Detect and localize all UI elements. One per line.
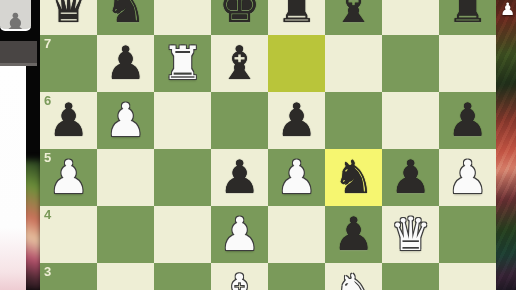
black-pawn-d5: ♟ [219,149,260,206]
chess-board: ♛♞♚♜♝♜7♟♜♝6♟♟♟♟5♟♟♟♞♟♟4♟♟♛3♝♞ [40,0,496,290]
rank-label-7: 7 [44,36,51,52]
white-queen-g4: ♛ [390,206,431,263]
square-e3[interactable] [268,263,325,290]
square-b3[interactable] [97,263,154,290]
square-a8[interactable]: ♛ [40,0,97,35]
square-h6[interactable]: ♟ [439,92,496,149]
white-rook-c7: ♜ [162,35,203,92]
white-pawn-d4: ♟ [219,206,260,263]
left-sidebar: ♟ [0,0,40,290]
square-a3[interactable]: 3 [40,263,97,290]
white-pawn-a5: ♟ [48,149,89,206]
black-bishop-f8: ♝ [333,0,374,35]
gray-toolbar-strip [0,41,37,66]
square-h3[interactable] [439,263,496,290]
background-streaks [496,0,516,290]
square-b6[interactable]: ♟ [97,92,154,149]
black-knight-b8: ♞ [105,0,146,35]
square-f4[interactable]: ♟ [325,206,382,263]
rank-label-6: 6 [44,93,51,109]
square-d5[interactable]: ♟ [211,149,268,206]
white-window-edge [0,66,26,290]
rank-label-3: 3 [44,264,51,280]
square-d7[interactable]: ♝ [211,35,268,92]
square-h8[interactable]: ♜ [439,0,496,35]
square-b7[interactable]: ♟ [97,35,154,92]
square-h4[interactable] [439,206,496,263]
square-h7[interactable] [439,35,496,92]
square-f6[interactable] [325,92,382,149]
piece-tile-button[interactable]: ♟ [0,0,31,31]
square-g4[interactable]: ♛ [382,206,439,263]
square-c3[interactable] [154,263,211,290]
square-f3[interactable]: ♞ [325,263,382,290]
square-e7[interactable] [268,35,325,92]
square-e8[interactable]: ♜ [268,0,325,35]
black-pawn-h6: ♟ [447,92,488,149]
square-c8[interactable] [154,0,211,35]
square-b8[interactable]: ♞ [97,0,154,35]
white-pawn-icon: ♟ [500,0,515,19]
square-a6[interactable]: 6♟ [40,92,97,149]
black-knight-f5: ♞ [333,149,374,206]
square-a7[interactable]: 7 [40,35,97,92]
square-d4[interactable]: ♟ [211,206,268,263]
square-h5[interactable]: ♟ [439,149,496,206]
black-pawn-a6: ♟ [48,92,89,149]
square-g5[interactable]: ♟ [382,149,439,206]
white-knight-f3: ♞ [333,263,374,290]
black-queen-a8: ♛ [48,0,89,35]
black-pawn-b7: ♟ [105,35,146,92]
square-d3[interactable]: ♝ [211,263,268,290]
black-king-d8: ♚ [219,0,260,35]
square-a5[interactable]: 5♟ [40,149,97,206]
white-pawn-e5: ♟ [276,149,317,206]
square-f5[interactable]: ♞ [325,149,382,206]
rank-label-5: 5 [44,150,51,166]
background-strip-right: ♟ [496,0,516,290]
square-f8[interactable]: ♝ [325,0,382,35]
screenshot-root: ♟ ♛♞♚♜♝♜7♟♜♝6♟♟♟♟5♟♟♟♞♟♟4♟♟♛3♝♞ ♟ [0,0,516,290]
black-rook-h8: ♜ [447,0,488,35]
white-pawn-b6: ♟ [105,92,146,149]
white-pawn-h5: ♟ [447,149,488,206]
square-c5[interactable] [154,149,211,206]
square-f7[interactable] [325,35,382,92]
white-bishop-d3: ♝ [219,263,260,290]
square-g6[interactable] [382,92,439,149]
rank-label-4: 4 [44,207,51,223]
square-e4[interactable] [268,206,325,263]
board-viewport: ♛♞♚♜♝♜7♟♜♝6♟♟♟♟5♟♟♟♞♟♟4♟♟♛3♝♞ [40,0,496,290]
square-e5[interactable]: ♟ [268,149,325,206]
black-rook-e8: ♜ [276,0,317,35]
black-pawn-g5: ♟ [390,149,431,206]
square-c7[interactable]: ♜ [154,35,211,92]
gray-pawn-icon: ♟ [0,9,31,31]
square-a4[interactable]: 4 [40,206,97,263]
square-e6[interactable]: ♟ [268,92,325,149]
square-c6[interactable] [154,92,211,149]
black-bishop-d7: ♝ [219,35,260,92]
square-d6[interactable] [211,92,268,149]
square-g3[interactable] [382,263,439,290]
black-pawn-f4: ♟ [333,206,374,263]
square-d8[interactable]: ♚ [211,0,268,35]
square-g8[interactable] [382,0,439,35]
square-g7[interactable] [382,35,439,92]
square-b5[interactable] [97,149,154,206]
square-c4[interactable] [154,206,211,263]
square-b4[interactable] [97,206,154,263]
black-pawn-e6: ♟ [276,92,317,149]
